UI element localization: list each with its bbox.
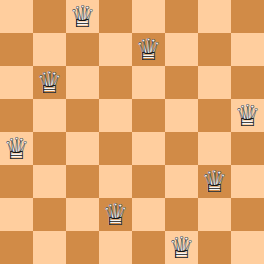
square-e1[interactable] <box>132 231 165 264</box>
white-queen[interactable]: ♛♕ <box>66 0 99 33</box>
square-f2[interactable] <box>165 198 198 231</box>
white-queen-outline-glyph: ♕ <box>66 0 99 33</box>
square-f4[interactable] <box>165 132 198 165</box>
square-f5[interactable] <box>165 99 198 132</box>
square-c4[interactable] <box>66 132 99 165</box>
square-h4[interactable] <box>231 132 264 165</box>
square-e7[interactable]: ♛♕ <box>132 33 165 66</box>
square-g3[interactable]: ♛♕ <box>198 165 231 198</box>
square-b2[interactable] <box>33 198 66 231</box>
square-f6[interactable] <box>165 66 198 99</box>
square-g4[interactable] <box>198 132 231 165</box>
white-queen[interactable]: ♛♕ <box>231 99 264 132</box>
white-queen[interactable]: ♛♕ <box>132 33 165 66</box>
square-h5[interactable]: ♛♕ <box>231 99 264 132</box>
square-f1[interactable]: ♛♕ <box>165 231 198 264</box>
square-a3[interactable] <box>0 165 33 198</box>
square-c2[interactable] <box>66 198 99 231</box>
square-d8[interactable] <box>99 0 132 33</box>
square-d7[interactable] <box>99 33 132 66</box>
square-b8[interactable] <box>33 0 66 33</box>
square-d3[interactable] <box>99 165 132 198</box>
square-b6[interactable]: ♛♕ <box>33 66 66 99</box>
square-a7[interactable] <box>0 33 33 66</box>
square-g5[interactable] <box>198 99 231 132</box>
square-a5[interactable] <box>0 99 33 132</box>
square-g1[interactable] <box>198 231 231 264</box>
square-a4[interactable]: ♛♕ <box>0 132 33 165</box>
white-queen-outline-glyph: ♕ <box>99 198 132 231</box>
white-queen[interactable]: ♛♕ <box>165 231 198 264</box>
square-h8[interactable] <box>231 0 264 33</box>
square-h7[interactable] <box>231 33 264 66</box>
white-queen-outline-glyph: ♕ <box>33 66 66 99</box>
square-c8[interactable]: ♛♕ <box>66 0 99 33</box>
square-c6[interactable] <box>66 66 99 99</box>
square-d1[interactable] <box>99 231 132 264</box>
white-queen[interactable]: ♛♕ <box>198 165 231 198</box>
square-f8[interactable] <box>165 0 198 33</box>
chess-board: ♛♕♛♕♛♕♛♕♛♕♛♕♛♕♛♕ <box>0 0 264 264</box>
square-h1[interactable] <box>231 231 264 264</box>
square-f7[interactable] <box>165 33 198 66</box>
white-queen-outline-glyph: ♕ <box>198 165 231 198</box>
square-d4[interactable] <box>99 132 132 165</box>
square-g6[interactable] <box>198 66 231 99</box>
square-h2[interactable] <box>231 198 264 231</box>
square-c5[interactable] <box>66 99 99 132</box>
square-b7[interactable] <box>33 33 66 66</box>
square-d2[interactable]: ♛♕ <box>99 198 132 231</box>
square-c1[interactable] <box>66 231 99 264</box>
square-e3[interactable] <box>132 165 165 198</box>
white-queen-outline-glyph: ♕ <box>231 99 264 132</box>
white-queen[interactable]: ♛♕ <box>0 132 33 165</box>
square-b1[interactable] <box>33 231 66 264</box>
white-queen[interactable]: ♛♕ <box>33 66 66 99</box>
white-queen-outline-glyph: ♕ <box>165 231 198 264</box>
white-queen-outline-glyph: ♕ <box>132 33 165 66</box>
square-e6[interactable] <box>132 66 165 99</box>
square-b3[interactable] <box>33 165 66 198</box>
square-b4[interactable] <box>33 132 66 165</box>
square-a8[interactable] <box>0 0 33 33</box>
square-d5[interactable] <box>99 99 132 132</box>
square-b5[interactable] <box>33 99 66 132</box>
square-c7[interactable] <box>66 33 99 66</box>
square-a6[interactable] <box>0 66 33 99</box>
square-h6[interactable] <box>231 66 264 99</box>
square-a1[interactable] <box>0 231 33 264</box>
square-h3[interactable] <box>231 165 264 198</box>
square-f3[interactable] <box>165 165 198 198</box>
square-g7[interactable] <box>198 33 231 66</box>
white-queen[interactable]: ♛♕ <box>99 198 132 231</box>
square-e5[interactable] <box>132 99 165 132</box>
square-c3[interactable] <box>66 165 99 198</box>
white-queen-outline-glyph: ♕ <box>0 132 33 165</box>
square-e4[interactable] <box>132 132 165 165</box>
square-d6[interactable] <box>99 66 132 99</box>
square-e8[interactable] <box>132 0 165 33</box>
square-g8[interactable] <box>198 0 231 33</box>
square-a2[interactable] <box>0 198 33 231</box>
square-g2[interactable] <box>198 198 231 231</box>
square-e2[interactable] <box>132 198 165 231</box>
